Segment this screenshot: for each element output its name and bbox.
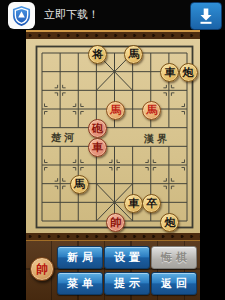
button-back[interactable]: 返回 [151,272,197,295]
app-icon[interactable] [8,2,35,29]
shield-icon [12,5,31,27]
piece-red-horse[interactable]: 馬 [142,101,161,120]
river-label-right: 漢界 [144,132,170,146]
floating-general-glyph: 帥 [36,261,48,278]
game-area: 楚河 漢界 将馬車炮馬馬砲車馬車卒帥炮 新局设置悔棋菜单提示返回 帥 [26,30,200,300]
button-hint[interactable]: 提示 [104,272,150,295]
piece-black-horse[interactable]: 馬 [70,175,89,194]
piece-red-horse[interactable]: 馬 [106,101,125,120]
piece-red-chariot[interactable]: 車 [88,138,107,157]
banner-text: 立即下载！ [44,0,99,30]
piece-black-cannon[interactable]: 炮 [179,63,198,82]
piece-red-cannon[interactable]: 砲 [88,119,107,138]
river-label-left: 楚河 [51,131,77,145]
ad-banner: 立即下载！ [0,0,225,30]
download-icon [197,7,215,25]
app-screen: 立即下载！ 楚河 漢界 将馬車炮馬馬砲車馬車卒帥炮 新局设置悔棋菜单提示返回 帥 [0,0,225,300]
piece-red-general[interactable]: 帥 [106,213,125,232]
piece-black-cannon[interactable]: 炮 [160,213,179,232]
button-undo[interactable]: 悔棋 [151,246,197,269]
button-settings[interactable]: 设置 [104,246,150,269]
piece-black-chariot[interactable]: 車 [124,194,143,213]
piece-black-general[interactable]: 将 [88,45,107,64]
button-menu[interactable]: 菜单 [57,272,103,295]
piece-black-horse[interactable]: 馬 [124,45,143,64]
download-button[interactable] [190,2,222,30]
button-new-game[interactable]: 新局 [57,246,103,269]
floating-general-piece[interactable]: 帥 [30,257,54,281]
piece-black-soldier[interactable]: 卒 [142,194,161,213]
